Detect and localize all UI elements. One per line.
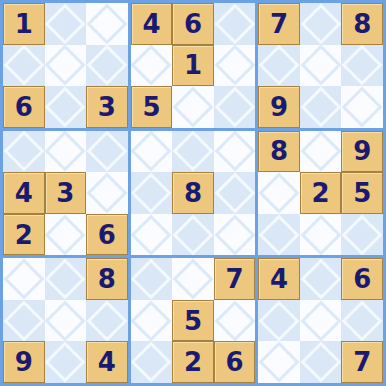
cell-r5c1: 4: [3, 172, 45, 214]
sudoku-board: 163 4615 789 4326 8 8925 894 7526 467: [0, 0, 386, 386]
diamond-pattern-icon: [342, 45, 383, 86]
diamond-pattern-icon: [214, 131, 255, 172]
diamond-pattern-icon: [3, 131, 44, 172]
box-middle-left: 4326: [3, 131, 128, 256]
cell-r8c4[interactable]: [131, 300, 173, 342]
diamond-pattern-icon: [214, 3, 255, 44]
diamond-pattern-icon: [214, 45, 255, 86]
given-digit: 7: [270, 11, 288, 37]
cell-r2c8[interactable]: [300, 45, 342, 87]
diamond-pattern-icon: [172, 214, 213, 255]
given-digit: 3: [56, 180, 74, 206]
cell-r9c9: 7: [341, 341, 383, 383]
cell-r6c4[interactable]: [131, 214, 173, 256]
diamond-pattern-icon: [131, 45, 172, 86]
given-digit: 2: [312, 180, 330, 206]
cell-r7c5[interactable]: [172, 258, 214, 300]
cell-r6c9[interactable]: [341, 214, 383, 256]
given-digit: 9: [15, 349, 33, 375]
cell-r8c7[interactable]: [258, 300, 300, 342]
cell-r4c7: 8: [258, 131, 300, 173]
cell-r6c3: 6: [86, 214, 128, 256]
cell-r2c9[interactable]: [341, 45, 383, 87]
diamond-pattern-icon: [86, 45, 127, 86]
cell-r9c2[interactable]: [45, 341, 87, 383]
diamond-pattern-icon: [214, 172, 255, 213]
cell-r1c7: 7: [258, 3, 300, 45]
diamond-pattern-icon: [259, 214, 300, 255]
cell-r6c2[interactable]: [45, 214, 87, 256]
cell-r4c6[interactable]: [214, 131, 256, 173]
diamond-pattern-icon: [86, 172, 127, 213]
box-middle-center: 8: [131, 131, 256, 256]
cell-r3c6[interactable]: [214, 86, 256, 128]
diamond-pattern-icon: [45, 259, 86, 300]
cell-r2c2[interactable]: [45, 45, 87, 87]
diamond-pattern-icon: [45, 45, 86, 86]
given-digit: 4: [98, 349, 116, 375]
given-digit: 5: [184, 308, 202, 334]
cell-r8c6[interactable]: [214, 300, 256, 342]
cell-r1c1: 1: [3, 3, 45, 45]
cell-r9c8[interactable]: [300, 341, 342, 383]
diamond-pattern-icon: [86, 131, 127, 172]
cell-r5c4[interactable]: [131, 172, 173, 214]
diamond-pattern-icon: [259, 45, 300, 86]
given-digit: 7: [226, 266, 244, 292]
cell-r3c8[interactable]: [300, 86, 342, 128]
cell-r6c6[interactable]: [214, 214, 256, 256]
cell-r5c3[interactable]: [86, 172, 128, 214]
diamond-pattern-icon: [45, 3, 86, 44]
cell-r1c6[interactable]: [214, 3, 256, 45]
cell-r8c2[interactable]: [45, 300, 87, 342]
cell-r1c9: 8: [341, 3, 383, 45]
cell-r6c7[interactable]: [258, 214, 300, 256]
cell-r7c8[interactable]: [300, 258, 342, 300]
box-bottom-left: 894: [3, 258, 128, 383]
given-digit: 5: [142, 94, 160, 120]
given-digit: 8: [98, 266, 116, 292]
cell-r4c3[interactable]: [86, 131, 128, 173]
cell-r7c4[interactable]: [131, 258, 173, 300]
cell-r7c6: 7: [214, 258, 256, 300]
cell-r8c9[interactable]: [341, 300, 383, 342]
diamond-pattern-icon: [45, 131, 86, 172]
cell-r1c5: 6: [172, 3, 214, 45]
cell-r8c5: 5: [172, 300, 214, 342]
diamond-pattern-icon: [300, 214, 341, 255]
cell-r8c8[interactable]: [300, 300, 342, 342]
cell-r3c9[interactable]: [341, 86, 383, 128]
diamond-pattern-icon: [45, 300, 86, 341]
given-digit: 3: [98, 94, 116, 120]
diamond-pattern-icon: [259, 172, 300, 213]
cell-r4c8[interactable]: [300, 131, 342, 173]
diamond-pattern-icon: [131, 214, 172, 255]
given-digit: 6: [184, 11, 202, 37]
diamond-pattern-icon: [300, 45, 341, 86]
given-digit: 6: [98, 222, 116, 248]
cell-r9c6: 6: [214, 341, 256, 383]
cell-r4c9: 9: [341, 131, 383, 173]
given-digit: 1: [15, 11, 33, 37]
cell-r2c5: 1: [172, 45, 214, 87]
given-digit: 6: [353, 266, 371, 292]
cell-r5c7[interactable]: [258, 172, 300, 214]
cell-r4c4[interactable]: [131, 131, 173, 173]
cell-r8c3[interactable]: [86, 300, 128, 342]
box-bottom-right: 467: [258, 258, 383, 383]
cell-r2c3[interactable]: [86, 45, 128, 87]
given-digit: 9: [353, 138, 371, 164]
given-digit: 2: [184, 349, 202, 375]
diamond-pattern-icon: [131, 172, 172, 213]
cell-r7c9: 6: [341, 258, 383, 300]
cell-r7c7: 4: [258, 258, 300, 300]
diamond-pattern-icon: [300, 342, 341, 383]
diamond-pattern-icon: [259, 342, 300, 383]
diamond-pattern-icon: [131, 342, 172, 383]
diamond-pattern-icon: [86, 300, 127, 341]
diamond-pattern-icon: [172, 131, 213, 172]
cell-r7c3: 8: [86, 258, 128, 300]
box-middle-right: 8925: [258, 131, 383, 256]
diamond-pattern-icon: [172, 259, 213, 300]
given-digit: 8: [184, 180, 202, 206]
diamond-pattern-icon: [45, 214, 86, 255]
diamond-pattern-icon: [45, 86, 86, 127]
given-digit: 4: [270, 266, 288, 292]
cell-r1c3[interactable]: [86, 3, 128, 45]
cell-r3c2[interactable]: [45, 86, 87, 128]
cell-r7c2[interactable]: [45, 258, 87, 300]
diamond-pattern-icon: [3, 259, 44, 300]
cell-r8c1[interactable]: [3, 300, 45, 342]
diamond-pattern-icon: [300, 3, 341, 44]
diamond-pattern-icon: [300, 300, 341, 341]
diamond-pattern-icon: [214, 214, 255, 255]
diamond-pattern-icon: [3, 300, 44, 341]
cell-r4c5[interactable]: [172, 131, 214, 173]
given-digit: 8: [353, 11, 371, 37]
cell-r9c4[interactable]: [131, 341, 173, 383]
cell-r9c5: 2: [172, 341, 214, 383]
cell-r5c9: 5: [341, 172, 383, 214]
diamond-pattern-icon: [342, 214, 383, 255]
box-top-center: 4615: [131, 3, 256, 128]
cell-r3c4: 5: [131, 86, 173, 128]
cell-r9c3: 4: [86, 341, 128, 383]
cell-r4c2[interactable]: [45, 131, 87, 173]
given-digit: 6: [226, 349, 244, 375]
diamond-pattern-icon: [172, 86, 213, 127]
given-digit: 4: [15, 180, 33, 206]
cell-r3c7: 9: [258, 86, 300, 128]
diamond-pattern-icon: [45, 342, 86, 383]
diamond-pattern-icon: [214, 300, 255, 341]
given-digit: 6: [15, 94, 33, 120]
given-digit: 1: [184, 52, 202, 78]
cell-r6c8[interactable]: [300, 214, 342, 256]
given-digit: 2: [15, 222, 33, 248]
cell-r7c1[interactable]: [3, 258, 45, 300]
cell-r5c2: 3: [45, 172, 87, 214]
diamond-pattern-icon: [214, 86, 255, 127]
box-top-left: 163: [3, 3, 128, 128]
cell-r2c6[interactable]: [214, 45, 256, 87]
cell-r5c8: 2: [300, 172, 342, 214]
diamond-pattern-icon: [300, 86, 341, 127]
diamond-pattern-icon: [131, 300, 172, 341]
diamond-pattern-icon: [342, 86, 383, 127]
cell-r3c5[interactable]: [172, 86, 214, 128]
cell-r1c2[interactable]: [45, 3, 87, 45]
cell-r3c1: 6: [3, 86, 45, 128]
cell-r9c7[interactable]: [258, 341, 300, 383]
diamond-pattern-icon: [131, 259, 172, 300]
cell-r1c8[interactable]: [300, 3, 342, 45]
diamond-pattern-icon: [3, 45, 44, 86]
cell-r5c5: 8: [172, 172, 214, 214]
cell-r6c1: 2: [3, 214, 45, 256]
cell-r2c4[interactable]: [131, 45, 173, 87]
diamond-pattern-icon: [86, 3, 127, 44]
cell-r5c6[interactable]: [214, 172, 256, 214]
diamond-pattern-icon: [131, 131, 172, 172]
given-digit: 4: [142, 11, 160, 37]
box-top-right: 789: [258, 3, 383, 128]
diamond-pattern-icon: [300, 259, 341, 300]
cell-r6c5[interactable]: [172, 214, 214, 256]
cell-r2c7[interactable]: [258, 45, 300, 87]
given-digit: 8: [270, 138, 288, 164]
box-bottom-center: 7526: [131, 258, 256, 383]
cell-r2c1[interactable]: [3, 45, 45, 87]
cell-r9c1: 9: [3, 341, 45, 383]
cell-r4c1[interactable]: [3, 131, 45, 173]
cell-r3c3: 3: [86, 86, 128, 128]
cell-r1c4: 4: [131, 3, 173, 45]
given-digit: 7: [353, 349, 371, 375]
diamond-pattern-icon: [342, 300, 383, 341]
given-digit: 5: [353, 180, 371, 206]
diamond-pattern-icon: [259, 300, 300, 341]
diamond-pattern-icon: [300, 131, 341, 172]
given-digit: 9: [270, 94, 288, 120]
